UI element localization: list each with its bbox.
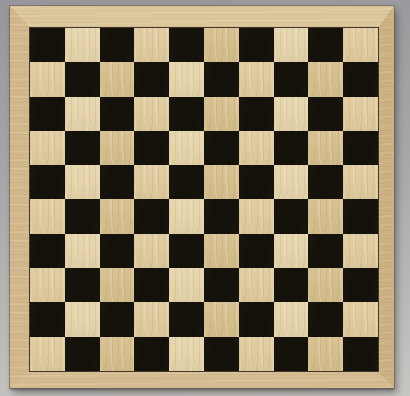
- square-r8c9[interactable]: [308, 268, 343, 302]
- square-r4c8[interactable]: [274, 131, 309, 165]
- square-r6c5[interactable]: [169, 199, 204, 233]
- square-r10c7[interactable]: [239, 337, 274, 371]
- square-r8c5[interactable]: [169, 268, 204, 302]
- square-r1c2[interactable]: [65, 28, 100, 62]
- square-r1c6[interactable]: [204, 28, 239, 62]
- square-r10c4[interactable]: [134, 337, 169, 371]
- square-r6c10[interactable]: [343, 199, 378, 233]
- square-r7c5[interactable]: [169, 234, 204, 268]
- square-r6c7[interactable]: [239, 199, 274, 233]
- square-r9c2[interactable]: [65, 302, 100, 336]
- square-r9c3[interactable]: [100, 302, 135, 336]
- square-r6c3[interactable]: [100, 199, 135, 233]
- square-r1c9[interactable]: [308, 28, 343, 62]
- square-r7c10[interactable]: [343, 234, 378, 268]
- square-r7c7[interactable]: [239, 234, 274, 268]
- square-r7c1[interactable]: [30, 234, 65, 268]
- square-r5c4[interactable]: [134, 165, 169, 199]
- square-r6c8[interactable]: [274, 199, 309, 233]
- square-r9c9[interactable]: [308, 302, 343, 336]
- square-r5c9[interactable]: [308, 165, 343, 199]
- square-r10c5[interactable]: [169, 337, 204, 371]
- square-r3c2[interactable]: [65, 97, 100, 131]
- square-r3c9[interactable]: [308, 97, 343, 131]
- square-r10c1[interactable]: [30, 337, 65, 371]
- square-r5c6[interactable]: [204, 165, 239, 199]
- square-r8c2[interactable]: [65, 268, 100, 302]
- square-r10c2[interactable]: [65, 337, 100, 371]
- square-r7c3[interactable]: [100, 234, 135, 268]
- square-r1c3[interactable]: [100, 28, 135, 62]
- square-r4c9[interactable]: [308, 131, 343, 165]
- square-r2c1[interactable]: [30, 62, 65, 96]
- square-r3c10[interactable]: [343, 97, 378, 131]
- square-r1c4[interactable]: [134, 28, 169, 62]
- square-r2c8[interactable]: [274, 62, 309, 96]
- square-r4c7[interactable]: [239, 131, 274, 165]
- square-r5c8[interactable]: [274, 165, 309, 199]
- square-r7c9[interactable]: [308, 234, 343, 268]
- square-r9c4[interactable]: [134, 302, 169, 336]
- square-r10c3[interactable]: [100, 337, 135, 371]
- square-r1c7[interactable]: [239, 28, 274, 62]
- square-r10c9[interactable]: [308, 337, 343, 371]
- square-r3c6[interactable]: [204, 97, 239, 131]
- square-r3c4[interactable]: [134, 97, 169, 131]
- square-r2c4[interactable]: [134, 62, 169, 96]
- square-r8c6[interactable]: [204, 268, 239, 302]
- square-r8c1[interactable]: [30, 268, 65, 302]
- square-r2c9[interactable]: [308, 62, 343, 96]
- square-r9c10[interactable]: [343, 302, 378, 336]
- square-r5c5[interactable]: [169, 165, 204, 199]
- square-r3c8[interactable]: [274, 97, 309, 131]
- square-r6c4[interactable]: [134, 199, 169, 233]
- square-r3c3[interactable]: [100, 97, 135, 131]
- square-r10c10[interactable]: [343, 337, 378, 371]
- square-r4c3[interactable]: [100, 131, 135, 165]
- square-r1c10[interactable]: [343, 28, 378, 62]
- checkers-board-frame: [10, 6, 394, 388]
- square-r1c5[interactable]: [169, 28, 204, 62]
- square-r5c3[interactable]: [100, 165, 135, 199]
- square-r8c3[interactable]: [100, 268, 135, 302]
- square-r3c7[interactable]: [239, 97, 274, 131]
- square-r1c8[interactable]: [274, 28, 309, 62]
- square-r3c5[interactable]: [169, 97, 204, 131]
- square-r9c7[interactable]: [239, 302, 274, 336]
- square-r2c3[interactable]: [100, 62, 135, 96]
- square-r7c2[interactable]: [65, 234, 100, 268]
- square-r5c2[interactable]: [65, 165, 100, 199]
- square-r10c6[interactable]: [204, 337, 239, 371]
- square-r2c10[interactable]: [343, 62, 378, 96]
- square-r2c2[interactable]: [65, 62, 100, 96]
- square-r8c4[interactable]: [134, 268, 169, 302]
- square-r6c1[interactable]: [30, 199, 65, 233]
- square-r8c8[interactable]: [274, 268, 309, 302]
- square-r4c4[interactable]: [134, 131, 169, 165]
- square-r4c1[interactable]: [30, 131, 65, 165]
- square-r10c8[interactable]: [274, 337, 309, 371]
- square-r5c7[interactable]: [239, 165, 274, 199]
- square-r9c5[interactable]: [169, 302, 204, 336]
- square-r6c9[interactable]: [308, 199, 343, 233]
- photo-background: [0, 0, 410, 396]
- square-r2c6[interactable]: [204, 62, 239, 96]
- square-r7c8[interactable]: [274, 234, 309, 268]
- square-r4c2[interactable]: [65, 131, 100, 165]
- square-r4c6[interactable]: [204, 131, 239, 165]
- square-r9c6[interactable]: [204, 302, 239, 336]
- board-grid: [30, 28, 378, 371]
- square-r9c1[interactable]: [30, 302, 65, 336]
- square-r7c4[interactable]: [134, 234, 169, 268]
- square-r8c7[interactable]: [239, 268, 274, 302]
- square-r5c10[interactable]: [343, 165, 378, 199]
- square-r6c6[interactable]: [204, 199, 239, 233]
- square-r2c7[interactable]: [239, 62, 274, 96]
- square-r7c6[interactable]: [204, 234, 239, 268]
- square-r9c8[interactable]: [274, 302, 309, 336]
- square-r8c10[interactable]: [343, 268, 378, 302]
- square-r2c5[interactable]: [169, 62, 204, 96]
- square-r1c1[interactable]: [30, 28, 65, 62]
- square-r3c1[interactable]: [30, 97, 65, 131]
- square-r4c5[interactable]: [169, 131, 204, 165]
- square-r4c10[interactable]: [343, 131, 378, 165]
- square-r6c2[interactable]: [65, 199, 100, 233]
- square-r5c1[interactable]: [30, 165, 65, 199]
